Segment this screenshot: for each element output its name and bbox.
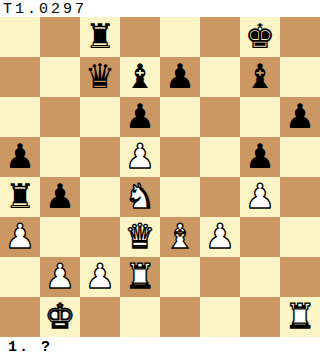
- puzzle-id-label: T1.0297: [3, 1, 87, 18]
- square-e8[interactable]: [160, 17, 200, 57]
- square-d1[interactable]: [120, 297, 160, 337]
- square-g6[interactable]: [240, 97, 280, 137]
- piece-black-pawn: ♟: [245, 139, 275, 173]
- square-d5[interactable]: ♟: [120, 137, 160, 177]
- piece-white-pawn: ♟: [125, 139, 155, 173]
- piece-white-pawn: ♟: [5, 219, 35, 253]
- piece-white-king: ♚: [45, 299, 75, 333]
- square-b4[interactable]: ♟: [40, 177, 80, 217]
- square-f5[interactable]: [200, 137, 240, 177]
- square-h5[interactable]: [280, 137, 320, 177]
- square-e3[interactable]: ♝: [160, 217, 200, 257]
- square-c5[interactable]: [80, 137, 120, 177]
- square-f4[interactable]: [200, 177, 240, 217]
- square-g5[interactable]: ♟: [240, 137, 280, 177]
- square-d6[interactable]: ♟: [120, 97, 160, 137]
- square-a5[interactable]: ♟: [0, 137, 40, 177]
- square-d4[interactable]: ♞: [120, 177, 160, 217]
- square-e5[interactable]: [160, 137, 200, 177]
- chess-board: ♜♚♛♝♟♝♟♟♟♟♟♜♟♞♟♟♛♝♟♟♟♜♚♜: [0, 17, 320, 337]
- piece-white-pawn: ♟: [45, 259, 75, 293]
- square-b7[interactable]: [40, 57, 80, 97]
- square-h6[interactable]: ♟: [280, 97, 320, 137]
- piece-white-pawn: ♟: [85, 259, 115, 293]
- square-h4[interactable]: [280, 177, 320, 217]
- square-d8[interactable]: [120, 17, 160, 57]
- square-b1[interactable]: ♚: [40, 297, 80, 337]
- square-g4[interactable]: ♟: [240, 177, 280, 217]
- square-d2[interactable]: ♜: [120, 257, 160, 297]
- square-b5[interactable]: [40, 137, 80, 177]
- square-c4[interactable]: [80, 177, 120, 217]
- square-c8[interactable]: ♜: [80, 17, 120, 57]
- square-b3[interactable]: [40, 217, 80, 257]
- square-g2[interactable]: [240, 257, 280, 297]
- square-b6[interactable]: [40, 97, 80, 137]
- piece-white-bishop: ♝: [165, 219, 195, 253]
- square-f1[interactable]: [200, 297, 240, 337]
- piece-white-knight: ♞: [125, 179, 155, 213]
- square-h3[interactable]: [280, 217, 320, 257]
- piece-white-pawn: ♟: [205, 219, 235, 253]
- square-h1[interactable]: ♜: [280, 297, 320, 337]
- square-a1[interactable]: [0, 297, 40, 337]
- move-prompt: 1. ?: [8, 339, 52, 356]
- square-f8[interactable]: [200, 17, 240, 57]
- square-h2[interactable]: [280, 257, 320, 297]
- square-c1[interactable]: [80, 297, 120, 337]
- square-b2[interactable]: ♟: [40, 257, 80, 297]
- square-a2[interactable]: [0, 257, 40, 297]
- piece-white-queen: ♛: [125, 219, 155, 253]
- piece-black-pawn: ♟: [125, 99, 155, 133]
- piece-black-pawn: ♟: [45, 179, 75, 213]
- square-c7[interactable]: ♛: [80, 57, 120, 97]
- piece-black-king: ♚: [245, 19, 275, 53]
- square-e2[interactable]: [160, 257, 200, 297]
- square-e1[interactable]: [160, 297, 200, 337]
- square-c2[interactable]: ♟: [80, 257, 120, 297]
- chess-puzzle-page: T1.0297 ♜♚♛♝♟♝♟♟♟♟♟♜♟♞♟♟♛♝♟♟♟♜♚♜ 1. ?: [0, 0, 320, 360]
- square-f7[interactable]: [200, 57, 240, 97]
- piece-black-pawn: ♟: [5, 139, 35, 173]
- piece-black-rook: ♜: [85, 19, 115, 53]
- piece-black-pawn: ♟: [165, 59, 195, 93]
- square-a6[interactable]: [0, 97, 40, 137]
- piece-black-queen: ♛: [85, 59, 115, 93]
- square-d7[interactable]: ♝: [120, 57, 160, 97]
- piece-white-rook: ♜: [125, 259, 155, 293]
- square-f6[interactable]: [200, 97, 240, 137]
- piece-black-pawn: ♟: [285, 99, 315, 133]
- square-h7[interactable]: [280, 57, 320, 97]
- square-d3[interactable]: ♛: [120, 217, 160, 257]
- piece-white-pawn: ♟: [245, 179, 275, 213]
- square-c3[interactable]: [80, 217, 120, 257]
- square-g8[interactable]: ♚: [240, 17, 280, 57]
- square-h8[interactable]: [280, 17, 320, 57]
- square-g3[interactable]: [240, 217, 280, 257]
- piece-black-bishop: ♝: [125, 59, 155, 93]
- square-e7[interactable]: ♟: [160, 57, 200, 97]
- piece-black-rook: ♜: [5, 179, 35, 213]
- square-a3[interactable]: ♟: [0, 217, 40, 257]
- square-f2[interactable]: [200, 257, 240, 297]
- square-b8[interactable]: [40, 17, 80, 57]
- square-a4[interactable]: ♜: [0, 177, 40, 217]
- square-c6[interactable]: [80, 97, 120, 137]
- square-e4[interactable]: [160, 177, 200, 217]
- square-g1[interactable]: [240, 297, 280, 337]
- piece-black-bishop: ♝: [245, 59, 275, 93]
- square-a8[interactable]: [0, 17, 40, 57]
- square-f3[interactable]: ♟: [200, 217, 240, 257]
- square-e6[interactable]: [160, 97, 200, 137]
- square-g7[interactable]: ♝: [240, 57, 280, 97]
- square-a7[interactable]: [0, 57, 40, 97]
- piece-white-rook: ♜: [285, 299, 315, 333]
